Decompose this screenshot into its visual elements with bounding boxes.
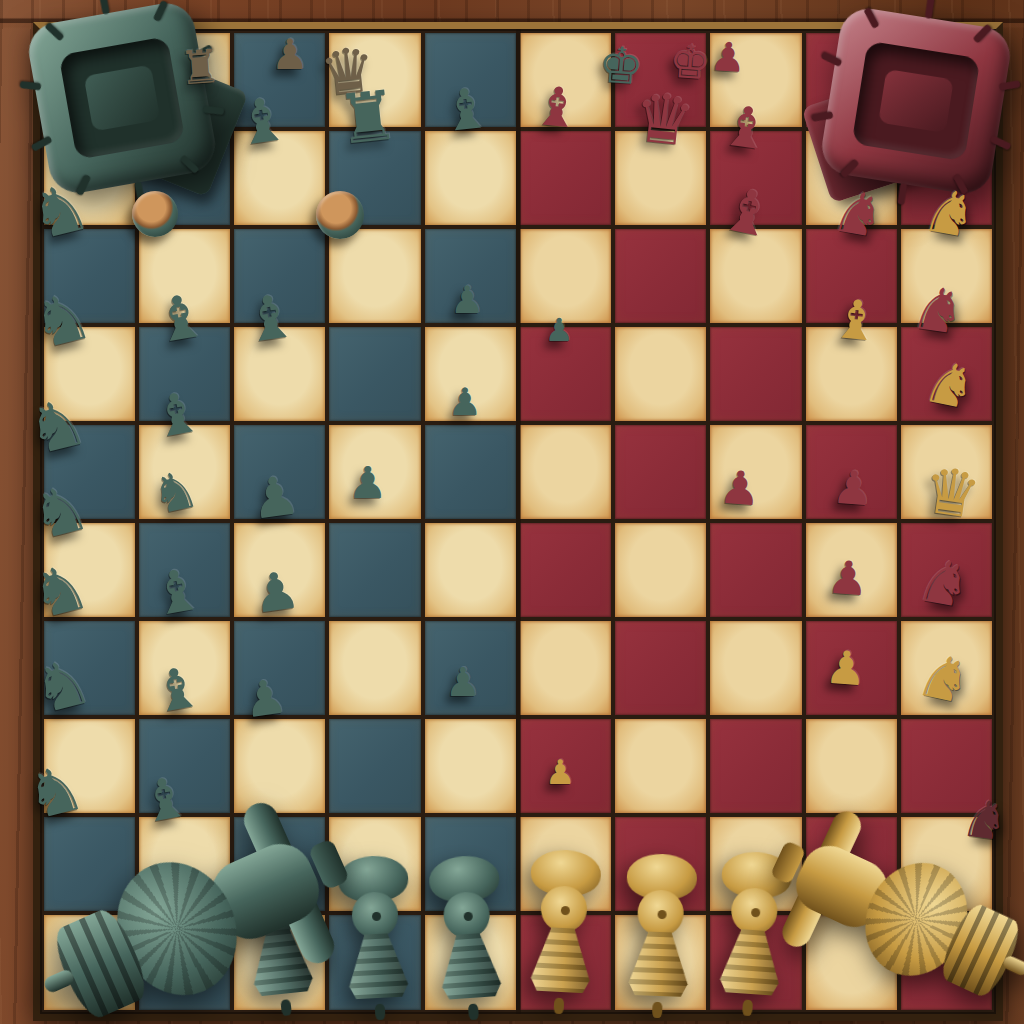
square-r4c4[interactable]: [329, 327, 420, 421]
square-r4c8[interactable]: [710, 327, 801, 421]
square-r6c5[interactable]: [425, 523, 516, 617]
teal-pawn-glyph: ♟: [545, 314, 574, 346]
board-center-divider: [516, 29, 521, 1014]
teal-pawn[interactable]: ♟: [241, 672, 290, 726]
square-r3c6[interactable]: [520, 229, 611, 323]
red-pawn[interactable]: ♟: [831, 464, 875, 513]
teal-bishop-glyph: ♝: [146, 559, 207, 625]
red-bishop-glyph: ♝: [715, 177, 780, 247]
teal-pawn-glyph: ♟: [241, 672, 290, 726]
red-pawn-glyph: ♟: [826, 553, 870, 602]
teal-bishop[interactable]: ♝: [149, 284, 212, 352]
teal-pawn[interactable]: ♟: [448, 383, 482, 421]
square-r7c4[interactable]: [329, 621, 420, 715]
teal-bishop[interactable]: ♝: [240, 285, 302, 352]
teal-bishop[interactable]: ♝: [438, 79, 494, 140]
gold-queen-glyph: ♛: [919, 457, 985, 528]
square-r6c4[interactable]: [329, 523, 420, 617]
gold-bishop-glyph: ♝: [829, 291, 883, 350]
gold-pawn-glyph: ♟: [545, 755, 575, 789]
red-bishop-glyph: ♝: [718, 97, 776, 159]
gold-totem-pawn[interactable]: [620, 853, 701, 1012]
square-r7c6[interactable]: [520, 621, 611, 715]
gold-knight[interactable]: ♞: [919, 179, 982, 247]
teal-pawn[interactable]: ♟: [250, 563, 303, 621]
red-bishop[interactable]: ♝: [715, 177, 780, 247]
red-knight[interactable]: ♞: [827, 181, 888, 247]
square-r8c7[interactable]: [615, 719, 706, 813]
gold-bishop[interactable]: ♝: [829, 291, 883, 350]
red-pawn[interactable]: ♟: [709, 36, 748, 78]
teal-rook-glyph: ♜: [334, 81, 402, 155]
red-pawn-glyph: ♟: [709, 36, 748, 78]
red-bishop-glyph: ♝: [530, 78, 584, 137]
square-r5c7[interactable]: [615, 425, 706, 519]
teal-pawn-glyph: ♟: [271, 34, 309, 76]
red-king[interactable]: ♚: [668, 38, 712, 87]
teal-pawn[interactable]: ♟: [248, 468, 303, 528]
red-pawn[interactable]: ♟: [826, 553, 870, 602]
square-r4c7[interactable]: [615, 327, 706, 421]
square-r8c4[interactable]: [329, 719, 420, 813]
teal-stump-pawn[interactable]: [132, 191, 178, 237]
red-queen[interactable]: ♛: [630, 83, 698, 157]
red-knight[interactable]: ♞: [958, 791, 1011, 849]
gold-knight-glyph: ♞: [919, 179, 982, 247]
square-r6c8[interactable]: [710, 523, 801, 617]
square-r5c5[interactable]: [425, 425, 516, 519]
square-r8c5[interactable]: [425, 719, 516, 813]
red-knight-glyph: ♞: [827, 181, 888, 247]
teal-pawn-glyph: ♟: [250, 563, 303, 621]
teal-rook-glyph: ♜: [177, 42, 221, 91]
red-knight-glyph: ♞: [912, 548, 975, 616]
table-wood: Surreal overhead chess variant — 10x10 s…: [0, 0, 1024, 1024]
teal-bishop-glyph: ♝: [148, 383, 207, 447]
teal-bishop-glyph: ♝: [149, 284, 212, 352]
square-r7c7[interactable]: [615, 621, 706, 715]
teal-pawn-glyph: ♟: [448, 383, 482, 421]
red-queen-glyph: ♛: [630, 83, 698, 157]
square-r8c8[interactable]: [710, 719, 801, 813]
red-knight-glyph: ♞: [958, 791, 1011, 849]
red-knight[interactable]: ♞: [912, 548, 975, 616]
gold-pawn-glyph: ♟: [824, 643, 868, 692]
teal-pawn[interactable]: ♟: [445, 662, 481, 702]
square-r6c7[interactable]: [615, 523, 706, 617]
teal-bishop[interactable]: ♝: [148, 658, 207, 722]
teal-totem-pawn[interactable]: [425, 853, 512, 1014]
teal-fort-rook[interactable]: [24, 0, 219, 198]
red-fort-rook[interactable]: [818, 5, 1014, 198]
teal-bishop[interactable]: ♝: [146, 559, 207, 625]
red-pawn-glyph: ♟: [831, 464, 875, 513]
red-king-glyph: ♚: [668, 38, 712, 87]
gold-pawn[interactable]: ♟: [545, 755, 575, 789]
red-pawn-glyph: ♟: [718, 464, 762, 513]
red-bishop[interactable]: ♝: [718, 97, 776, 159]
square-r3c7[interactable]: [615, 229, 706, 323]
teal-bishop[interactable]: ♝: [148, 383, 207, 447]
teal-bishop[interactable]: ♝: [135, 768, 194, 832]
square-r2c5[interactable]: [425, 131, 516, 225]
square-r5c6[interactable]: [520, 425, 611, 519]
teal-pawn[interactable]: ♟: [545, 314, 574, 346]
teal-bishop-glyph: ♝: [240, 285, 302, 352]
gold-queen[interactable]: ♛: [919, 457, 985, 528]
teal-bishop-glyph: ♝: [135, 768, 194, 832]
teal-pawn-glyph: ♟: [248, 468, 303, 528]
gold-totem-pawn[interactable]: [521, 848, 605, 1008]
teal-rook-small[interactable]: ♜: [177, 42, 221, 91]
teal-bishop-glyph: ♝: [438, 79, 494, 140]
teal-pawn-glyph: ♟: [450, 281, 484, 319]
square-r6c6[interactable]: [520, 523, 611, 617]
teal-stump-pawn[interactable]: [316, 191, 364, 239]
square-r2c6[interactable]: [520, 131, 611, 225]
red-knight[interactable]: ♞: [907, 277, 969, 344]
teal-bishop[interactable]: ♝: [231, 87, 293, 154]
square-r7c8[interactable]: [710, 621, 801, 715]
red-bishop[interactable]: ♝: [530, 78, 584, 137]
teal-pawn[interactable]: ♟: [348, 461, 387, 505]
teal-bishop-glyph: ♝: [148, 658, 207, 722]
teal-pawn[interactable]: ♟: [271, 34, 309, 76]
red-knight-glyph: ♞: [907, 277, 969, 344]
gold-pawn[interactable]: ♟: [824, 643, 868, 692]
teal-bishop-glyph: ♝: [231, 87, 293, 154]
red-pawn[interactable]: ♟: [718, 464, 762, 513]
teal-pawn[interactable]: ♟: [450, 281, 484, 319]
teal-pawn-glyph: ♟: [348, 461, 387, 505]
square-r3c4[interactable]: [329, 229, 420, 323]
teal-pawn-glyph: ♟: [445, 662, 481, 702]
teal-rook[interactable]: ♜: [334, 81, 402, 155]
